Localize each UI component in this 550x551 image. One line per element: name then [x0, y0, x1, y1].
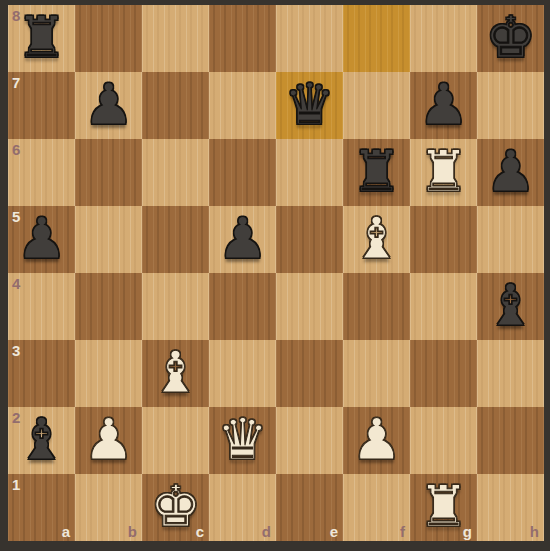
square-e2[interactable] [276, 407, 343, 474]
piece-black-pawn[interactable]: ♟ [8, 206, 75, 273]
square-e8[interactable] [276, 5, 343, 72]
square-a7[interactable]: 7 [8, 72, 75, 139]
file-label-b: b [128, 523, 137, 540]
square-b6[interactable] [75, 139, 142, 206]
piece-white-pawn[interactable]: ♟ [75, 407, 142, 474]
piece-black-pawn[interactable]: ♟ [75, 72, 142, 139]
square-d2[interactable]: ♛ [209, 407, 276, 474]
board-frame: 8♜♚7♟♛♟6♜♜♟5♟♟♝4♝3♝2♝♟♛♟1abc♚defg♜h [0, 0, 550, 551]
square-a2[interactable]: 2♝ [8, 407, 75, 474]
square-g4[interactable] [410, 273, 477, 340]
square-b3[interactable] [75, 340, 142, 407]
square-e4[interactable] [276, 273, 343, 340]
piece-white-queen[interactable]: ♛ [209, 407, 276, 474]
file-label-h: h [530, 523, 539, 540]
square-b5[interactable] [75, 206, 142, 273]
rank-label-4: 4 [12, 275, 20, 292]
file-label-e: e [330, 523, 338, 540]
square-e7[interactable]: ♛ [276, 72, 343, 139]
piece-white-pawn[interactable]: ♟ [343, 407, 410, 474]
chess-board: 8♜♚7♟♛♟6♜♜♟5♟♟♝4♝3♝2♝♟♛♟1abc♚defg♜h [8, 5, 544, 541]
square-a3[interactable]: 3 [8, 340, 75, 407]
square-h1[interactable]: h [477, 474, 544, 541]
rank-label-6: 6 [12, 141, 20, 158]
square-h6[interactable]: ♟ [477, 139, 544, 206]
square-e3[interactable] [276, 340, 343, 407]
square-d3[interactable] [209, 340, 276, 407]
file-label-a: a [62, 523, 70, 540]
square-b2[interactable]: ♟ [75, 407, 142, 474]
square-h4[interactable]: ♝ [477, 273, 544, 340]
square-g6[interactable]: ♜ [410, 139, 477, 206]
piece-black-rook[interactable]: ♜ [343, 139, 410, 206]
square-a8[interactable]: 8♜ [8, 5, 75, 72]
square-h7[interactable] [477, 72, 544, 139]
square-f4[interactable] [343, 273, 410, 340]
square-g1[interactable]: g♜ [410, 474, 477, 541]
square-c3[interactable]: ♝ [142, 340, 209, 407]
square-g8[interactable] [410, 5, 477, 72]
square-f3[interactable] [343, 340, 410, 407]
square-c6[interactable] [142, 139, 209, 206]
rank-label-7: 7 [12, 74, 20, 91]
square-h8[interactable]: ♚ [477, 5, 544, 72]
piece-white-rook[interactable]: ♜ [410, 139, 477, 206]
square-d5[interactable]: ♟ [209, 206, 276, 273]
piece-black-pawn[interactable]: ♟ [209, 206, 276, 273]
rank-label-3: 3 [12, 342, 20, 359]
piece-black-rook[interactable]: ♜ [8, 5, 75, 72]
square-f1[interactable]: f [343, 474, 410, 541]
piece-black-bishop[interactable]: ♝ [8, 407, 75, 474]
piece-black-pawn[interactable]: ♟ [410, 72, 477, 139]
square-h2[interactable] [477, 407, 544, 474]
piece-white-king[interactable]: ♚ [142, 474, 209, 541]
square-a4[interactable]: 4 [8, 273, 75, 340]
square-g2[interactable] [410, 407, 477, 474]
file-label-f: f [400, 523, 405, 540]
square-g5[interactable] [410, 206, 477, 273]
square-d6[interactable] [209, 139, 276, 206]
square-b1[interactable]: b [75, 474, 142, 541]
square-a1[interactable]: 1a [8, 474, 75, 541]
piece-black-king[interactable]: ♚ [477, 5, 544, 72]
square-a5[interactable]: 5♟ [8, 206, 75, 273]
square-e6[interactable] [276, 139, 343, 206]
rank-label-1: 1 [12, 476, 20, 493]
square-f8[interactable] [343, 5, 410, 72]
square-c8[interactable] [142, 5, 209, 72]
square-g7[interactable]: ♟ [410, 72, 477, 139]
square-d4[interactable] [209, 273, 276, 340]
piece-black-bishop[interactable]: ♝ [477, 273, 544, 340]
square-b4[interactable] [75, 273, 142, 340]
square-a6[interactable]: 6 [8, 139, 75, 206]
square-f5[interactable]: ♝ [343, 206, 410, 273]
square-c4[interactable] [142, 273, 209, 340]
piece-white-bishop[interactable]: ♝ [142, 340, 209, 407]
square-c7[interactable] [142, 72, 209, 139]
square-f2[interactable]: ♟ [343, 407, 410, 474]
square-g3[interactable] [410, 340, 477, 407]
square-d1[interactable]: d [209, 474, 276, 541]
square-c2[interactable] [142, 407, 209, 474]
piece-black-queen[interactable]: ♛ [276, 72, 343, 139]
piece-black-pawn[interactable]: ♟ [477, 139, 544, 206]
square-c5[interactable] [142, 206, 209, 273]
square-c1[interactable]: c♚ [142, 474, 209, 541]
square-d8[interactable] [209, 5, 276, 72]
square-d7[interactable] [209, 72, 276, 139]
piece-white-rook[interactable]: ♜ [410, 474, 477, 541]
file-label-d: d [262, 523, 271, 540]
square-f6[interactable]: ♜ [343, 139, 410, 206]
square-h5[interactable] [477, 206, 544, 273]
square-e5[interactable] [276, 206, 343, 273]
square-b7[interactable]: ♟ [75, 72, 142, 139]
square-h3[interactable] [477, 340, 544, 407]
piece-white-bishop[interactable]: ♝ [343, 206, 410, 273]
square-b8[interactable] [75, 5, 142, 72]
square-e1[interactable]: e [276, 474, 343, 541]
square-f7[interactable] [343, 72, 410, 139]
